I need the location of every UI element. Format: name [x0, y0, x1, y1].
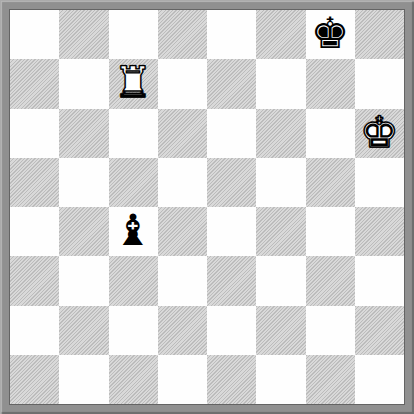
square-h5[interactable] [355, 158, 404, 207]
square-e3[interactable] [207, 256, 256, 305]
square-c3[interactable] [109, 256, 158, 305]
square-g7[interactable] [306, 59, 355, 108]
square-h1[interactable] [355, 355, 404, 404]
square-g6[interactable] [306, 109, 355, 158]
square-b5[interactable] [59, 158, 108, 207]
square-h7[interactable] [355, 59, 404, 108]
square-e5[interactable] [207, 158, 256, 207]
square-a8[interactable] [10, 10, 59, 59]
square-b8[interactable] [59, 10, 108, 59]
square-h6[interactable]: ♚ [355, 109, 404, 158]
square-a7[interactable] [10, 59, 59, 108]
square-c7[interactable]: ♜ [109, 59, 158, 108]
square-f5[interactable] [256, 158, 305, 207]
square-d2[interactable] [158, 306, 207, 355]
square-d3[interactable] [158, 256, 207, 305]
piece-white-rook[interactable]: ♜ [114, 61, 153, 104]
square-g8[interactable]: ♚ [306, 10, 355, 59]
square-h2[interactable] [355, 306, 404, 355]
square-e8[interactable] [207, 10, 256, 59]
square-f3[interactable] [256, 256, 305, 305]
square-e4[interactable] [207, 207, 256, 256]
square-a4[interactable] [10, 207, 59, 256]
square-h3[interactable] [355, 256, 404, 305]
square-h8[interactable] [355, 10, 404, 59]
piece-black-king[interactable]: ♚ [311, 12, 350, 55]
square-a3[interactable] [10, 256, 59, 305]
square-d6[interactable] [158, 109, 207, 158]
square-c2[interactable] [109, 306, 158, 355]
square-a5[interactable] [10, 158, 59, 207]
piece-black-bishop[interactable]: ♝ [114, 209, 153, 252]
piece-white-king[interactable]: ♚ [360, 111, 399, 154]
square-f2[interactable] [256, 306, 305, 355]
square-d5[interactable] [158, 158, 207, 207]
square-a6[interactable] [10, 109, 59, 158]
square-d4[interactable] [158, 207, 207, 256]
square-c6[interactable] [109, 109, 158, 158]
square-g3[interactable] [306, 256, 355, 305]
square-d7[interactable] [158, 59, 207, 108]
square-d8[interactable] [158, 10, 207, 59]
square-f8[interactable] [256, 10, 305, 59]
chess-diagram: ♚♜♚♝ [0, 0, 414, 414]
square-e2[interactable] [207, 306, 256, 355]
square-g4[interactable] [306, 207, 355, 256]
square-a1[interactable] [10, 355, 59, 404]
square-h4[interactable] [355, 207, 404, 256]
square-g5[interactable] [306, 158, 355, 207]
square-c1[interactable] [109, 355, 158, 404]
square-d1[interactable] [158, 355, 207, 404]
square-b3[interactable] [59, 256, 108, 305]
square-c4[interactable]: ♝ [109, 207, 158, 256]
square-c5[interactable] [109, 158, 158, 207]
square-b6[interactable] [59, 109, 108, 158]
square-b7[interactable] [59, 59, 108, 108]
square-b2[interactable] [59, 306, 108, 355]
square-g2[interactable] [306, 306, 355, 355]
square-e7[interactable] [207, 59, 256, 108]
square-b1[interactable] [59, 355, 108, 404]
chess-board: ♚♜♚♝ [10, 10, 404, 404]
square-f7[interactable] [256, 59, 305, 108]
square-g1[interactable] [306, 355, 355, 404]
square-a2[interactable] [10, 306, 59, 355]
square-e6[interactable] [207, 109, 256, 158]
square-f6[interactable] [256, 109, 305, 158]
square-b4[interactable] [59, 207, 108, 256]
square-c8[interactable] [109, 10, 158, 59]
square-f4[interactable] [256, 207, 305, 256]
square-e1[interactable] [207, 355, 256, 404]
board-frame: ♚♜♚♝ [0, 0, 414, 414]
square-f1[interactable] [256, 355, 305, 404]
